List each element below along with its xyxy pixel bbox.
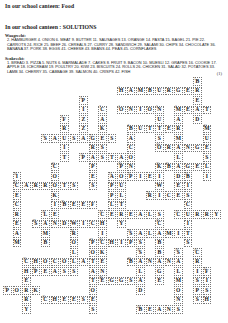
solution-letter: O xyxy=(119,174,123,180)
grid-cell: I xyxy=(60,144,69,153)
solution-letter: E xyxy=(176,183,180,189)
clue-number: 1 xyxy=(194,78,195,81)
solution-letter: I xyxy=(196,269,198,275)
grid-cell: P xyxy=(108,182,117,191)
grid-cell: N xyxy=(174,296,183,305)
solution-letter: I xyxy=(54,202,56,208)
clue-number: 17 xyxy=(109,173,112,176)
clue-number: 37 xyxy=(4,287,7,290)
solution-letter: A xyxy=(43,221,47,227)
solution-letter: R xyxy=(62,126,66,132)
clue-number: 43 xyxy=(137,306,140,309)
solution-letter: H xyxy=(24,269,28,275)
solution-letter: G xyxy=(186,164,190,170)
clue-number: 18 xyxy=(14,173,17,176)
solution-letter: D xyxy=(62,221,66,227)
grid-cell: L xyxy=(146,210,155,219)
solution-letter: Y xyxy=(119,221,123,227)
grid-cell: S xyxy=(89,182,98,191)
grid-cell: M xyxy=(174,277,183,286)
solution-letter: F xyxy=(63,117,66,123)
down-answer-list: 1. BREAD 3. PIZZA 5. NUTS 6. MARMALADE 7… xyxy=(7,61,219,75)
clue-number: 7 xyxy=(99,106,100,109)
grid-cell: Y xyxy=(212,210,221,219)
solution-letter: A xyxy=(176,117,180,123)
solution-letter: S xyxy=(186,240,189,246)
solution-letter: W xyxy=(71,221,77,227)
grid-cell: I xyxy=(79,106,88,115)
grid-cell: S xyxy=(136,239,145,248)
solution-letter: S xyxy=(91,307,94,313)
solution-letter: A xyxy=(15,231,19,237)
grid-cell: I xyxy=(79,220,88,229)
solution-letter: A xyxy=(129,88,133,94)
grid-cell: U xyxy=(155,115,164,124)
grid-cell: 32P xyxy=(89,239,98,248)
grid-cell: S xyxy=(108,134,117,143)
grid-cell: 15B xyxy=(165,163,174,172)
grid-cell: S xyxy=(203,153,212,162)
grid-cell: L xyxy=(117,191,126,200)
grid-cell: 38E xyxy=(98,277,107,286)
solution-letter: E xyxy=(91,174,95,180)
grid-cell: 33L xyxy=(41,210,50,219)
solution-letter: A xyxy=(91,155,95,161)
grid-cell: A xyxy=(174,144,183,153)
grid-cell: E xyxy=(22,277,31,286)
solution-letter: U xyxy=(157,88,161,94)
solution-letter: G xyxy=(157,269,161,275)
grid-cell: L xyxy=(174,153,183,162)
solution-letter: E xyxy=(15,221,19,227)
clue-number: 8 xyxy=(61,116,62,119)
solution-letter: A xyxy=(195,107,199,113)
solution-letter: E xyxy=(100,136,104,142)
grid-cell: H xyxy=(98,220,107,229)
solution-letter: I xyxy=(177,231,179,237)
grid-cell: T xyxy=(184,229,193,238)
grid-cell: M xyxy=(136,87,145,96)
grid-cell: 43B xyxy=(136,305,145,314)
solution-letter: A xyxy=(157,231,161,237)
solution-letter: N xyxy=(167,259,171,265)
solution-letter: U xyxy=(157,117,161,123)
solution-letter: A xyxy=(176,259,180,265)
clue-number: 38 xyxy=(99,277,102,280)
grid-cell: I xyxy=(203,277,212,286)
grid-cell: N xyxy=(98,267,107,276)
solution-letter: G xyxy=(119,278,123,284)
solution-letter: S xyxy=(158,136,161,142)
grid-cell: S xyxy=(193,277,202,286)
solution-letter: U xyxy=(62,136,66,142)
clue-number: 5 xyxy=(156,106,157,109)
grid-cell: S xyxy=(155,134,164,143)
solution-letter: A xyxy=(81,136,85,142)
clue-number: 21 xyxy=(128,173,131,176)
grid-cell: E xyxy=(70,201,79,210)
solution-letter: E xyxy=(148,307,152,313)
grid-cell: G xyxy=(155,267,164,276)
grid-cell: 16C xyxy=(51,163,60,172)
grid-cell: U xyxy=(184,210,193,219)
grid-cell: C xyxy=(184,201,193,210)
solution-letter: P xyxy=(110,193,113,199)
solution-letter: L xyxy=(72,250,76,256)
solution-letter: S xyxy=(205,155,208,161)
grid-cell: E xyxy=(174,182,183,191)
grid-cell: A xyxy=(117,153,126,162)
clue-number: 40 xyxy=(194,249,197,252)
solution-letter: F xyxy=(91,202,94,208)
grid-cell: E xyxy=(165,125,174,134)
solution-letter: S xyxy=(196,297,199,303)
grid-cell: N xyxy=(127,106,136,115)
solution-letter: E xyxy=(91,297,95,303)
solution-letter: A xyxy=(91,269,95,275)
grid-cell: T xyxy=(117,201,126,210)
grid-cell: 6M xyxy=(174,106,183,115)
clue-number: 41 xyxy=(42,296,45,299)
solution-letter: E xyxy=(15,193,19,199)
grid-cell: L xyxy=(203,163,212,172)
solution-letter: E xyxy=(43,269,47,275)
clue-number: 27 xyxy=(175,211,178,214)
solution-letter: E xyxy=(167,126,171,132)
solution-letter: K xyxy=(53,193,57,199)
grid-cell: G xyxy=(193,144,202,153)
solution-letter: L xyxy=(110,202,114,208)
grid-cell: T xyxy=(60,153,69,162)
solution-letter: G xyxy=(176,88,180,94)
grid-cell: I xyxy=(174,229,183,238)
solution-letter: L xyxy=(176,155,180,161)
solution-letter: R xyxy=(119,212,123,218)
solution-letter: E xyxy=(110,212,114,218)
grid-cell: 21P xyxy=(127,172,136,181)
grid-cell: 23B xyxy=(184,172,193,181)
grid-cell: A xyxy=(136,210,145,219)
grid-cell: A xyxy=(193,106,202,115)
solution-letter: A xyxy=(81,259,85,265)
grid-cell: N xyxy=(146,258,155,267)
grid-cell: E xyxy=(155,277,164,286)
clue-number: 26 xyxy=(99,211,102,214)
grid-cell: 12G xyxy=(89,134,98,143)
solution-letter: S xyxy=(101,145,104,151)
solution-letter: N xyxy=(129,164,133,170)
grid-cell: L xyxy=(108,201,117,210)
grid-cell: 36B xyxy=(127,258,136,267)
grid-cell: R xyxy=(13,210,22,219)
solution-letter: P xyxy=(129,240,132,246)
grid-cell: T xyxy=(108,153,117,162)
solution-letter: U xyxy=(119,183,123,189)
solution-letter: M xyxy=(138,88,143,94)
grid-cell: H xyxy=(51,296,60,305)
grid-cell: N xyxy=(165,258,174,267)
grid-cell: 7C xyxy=(98,106,107,115)
grid-cell: B xyxy=(155,248,164,257)
grid-cell: M xyxy=(174,134,183,143)
solution-letter: S xyxy=(158,212,161,218)
grid-cell: L xyxy=(174,267,183,276)
solution-letter: A xyxy=(129,136,133,142)
solution-letter: R xyxy=(34,183,38,189)
grid-cell: I xyxy=(184,182,193,191)
grid-cell: T xyxy=(146,125,155,134)
grid-cell: K xyxy=(98,125,107,134)
clue-number: 36 xyxy=(128,258,131,261)
grid-cell: R xyxy=(22,286,31,295)
solution-letter: T xyxy=(148,126,152,132)
clue-number: 39 xyxy=(175,249,178,252)
solution-letter: S xyxy=(72,136,75,142)
clue-number: 33 xyxy=(42,211,45,214)
grid-cell: R xyxy=(22,296,31,305)
clue-number: 23 xyxy=(185,173,188,176)
grid-cell: A xyxy=(174,115,183,124)
solution-letter: O xyxy=(91,288,95,294)
grid-cell: E xyxy=(146,305,155,314)
grid-cell: A xyxy=(22,182,31,191)
grid-cell: K xyxy=(98,248,107,257)
solution-letter: B xyxy=(129,126,133,132)
grid-cell: N xyxy=(127,163,136,172)
solution-letter: M xyxy=(176,278,181,284)
grid-cell: U xyxy=(117,182,126,191)
solution-letter: E xyxy=(195,98,199,104)
grid-cell: O xyxy=(51,182,60,191)
solution-letter: H xyxy=(100,221,104,227)
grid-cell: E xyxy=(174,191,183,200)
solution-letter: O xyxy=(53,183,57,189)
grid-cell: I xyxy=(155,191,164,200)
grid-cell: H xyxy=(203,296,212,305)
grid-cell: E xyxy=(79,201,88,210)
solution-letter: A xyxy=(119,155,123,161)
grid-cell: O xyxy=(51,172,60,181)
clue-number: 31 xyxy=(137,249,140,252)
solution-letter: B xyxy=(148,88,152,94)
grid-cell: P xyxy=(108,191,117,200)
solution-letter: Y xyxy=(214,212,218,218)
grid-cell: R xyxy=(193,87,202,96)
clue-number: 20 xyxy=(156,163,159,166)
solution-letter: N xyxy=(167,307,171,313)
grid-cell: A xyxy=(98,115,107,124)
solution-letter: E xyxy=(100,259,104,265)
solution-letter: R xyxy=(91,145,95,151)
grid-cell: I xyxy=(193,267,202,276)
solution-letter: E xyxy=(53,212,57,218)
solution-letter: S xyxy=(110,136,113,142)
clue-number: 29 xyxy=(128,230,131,233)
grid-cell: R xyxy=(193,210,202,219)
solution-letter: O xyxy=(129,155,133,161)
solution-letter: S xyxy=(101,155,104,161)
solution-letter: R xyxy=(176,126,180,132)
grid-cell: N xyxy=(184,144,193,153)
grid-cell: 4O xyxy=(117,106,126,115)
grid-cell: 13O xyxy=(155,144,164,153)
solution-letter: R xyxy=(205,212,209,218)
solution-letter: I xyxy=(63,145,65,151)
clue-number: 25 xyxy=(61,201,64,204)
solution-letter: Z xyxy=(81,117,85,123)
solution-letter: I xyxy=(120,240,122,246)
grid-cell: 8F xyxy=(60,115,69,124)
grid-cell: G xyxy=(184,163,193,172)
solution-letter: S xyxy=(91,183,94,189)
grid-cell: O xyxy=(117,172,126,181)
solution-letter: E xyxy=(148,174,152,180)
solution-letter: L xyxy=(176,269,180,275)
grid-cell: D xyxy=(136,286,145,295)
grid-cell: C xyxy=(51,258,60,267)
solution-letter: P xyxy=(110,183,113,189)
grid-cell: R xyxy=(165,87,174,96)
solution-letter: I xyxy=(158,174,160,180)
grid-cell: 34C xyxy=(22,258,31,267)
grid-cell: I xyxy=(203,172,212,181)
solution-letter: O xyxy=(43,259,47,265)
solution-letter: C xyxy=(53,259,57,265)
solution-letter: I xyxy=(82,107,84,113)
solution-letter: O xyxy=(91,250,95,256)
grid-cell: M xyxy=(41,229,50,238)
solution-letter: S xyxy=(186,193,189,199)
grid-cell: R xyxy=(193,258,202,267)
grid-cell: Y xyxy=(117,220,126,229)
clue-number: 44 xyxy=(33,268,36,271)
solution-letter: T xyxy=(91,278,95,284)
solution-letter: L xyxy=(119,193,123,199)
clue-number: 11 xyxy=(42,135,45,138)
solution-letter: M xyxy=(43,231,48,237)
solution-letter: B xyxy=(157,250,161,256)
solution-letter: I xyxy=(206,174,208,180)
grid-cell: A xyxy=(174,258,183,267)
grid-cell: 3P xyxy=(79,96,88,105)
grid-cell: P xyxy=(193,286,202,295)
solution-letter: A xyxy=(138,231,142,237)
grid-cell: S xyxy=(89,305,98,314)
grid-cell: C xyxy=(13,201,22,210)
grid-cell: E xyxy=(51,210,60,219)
solution-letter: D xyxy=(176,174,180,180)
grid-cell: P xyxy=(127,239,136,248)
grid-cell: S xyxy=(70,134,79,143)
solution-letter: A xyxy=(100,117,104,123)
grid-cell: H xyxy=(32,258,41,267)
grid-cell: A xyxy=(155,229,164,238)
solution-letter: S xyxy=(196,278,199,284)
grid-cell: S xyxy=(70,267,79,276)
grid-cell: T xyxy=(155,125,164,134)
grid-cell: O xyxy=(146,106,155,115)
solution-letter: D xyxy=(195,117,199,123)
grid-cell: A xyxy=(41,220,50,229)
solution-letter: U xyxy=(186,212,190,218)
clue-number: 34 xyxy=(23,258,26,261)
solution-letter: K xyxy=(100,250,104,256)
grid-cell: G xyxy=(174,87,183,96)
grid-cell: E xyxy=(146,172,155,181)
solution-letter: L xyxy=(148,231,152,237)
grid-cell: R xyxy=(174,125,183,134)
solution-letter: E xyxy=(72,202,76,208)
grid-cell: S xyxy=(60,267,69,276)
solution-letter: R xyxy=(195,212,199,218)
solution-letter: I xyxy=(158,193,160,199)
clue-number: 28 xyxy=(33,220,36,223)
clue-number: 30 xyxy=(99,239,102,242)
grid-cell: S xyxy=(184,191,193,200)
solution-letter: M xyxy=(14,240,19,246)
grid-cell: N xyxy=(51,220,60,229)
grid-cell: A xyxy=(155,258,164,267)
solution-letter: D xyxy=(138,288,142,294)
solution-letter: O xyxy=(53,174,57,180)
solution-letter: C xyxy=(91,221,95,227)
solution-letter: A xyxy=(176,164,180,170)
solution-letter: S xyxy=(139,240,142,246)
grid-cell: 41C xyxy=(41,296,50,305)
clue-number: 15 xyxy=(166,163,169,166)
solution-letter: A xyxy=(176,145,180,151)
grid-cell: C xyxy=(89,220,98,229)
grid-cell: E xyxy=(184,106,193,115)
solution-letter: A xyxy=(53,136,57,142)
grid-cell: A xyxy=(155,305,164,314)
solution-letter: E xyxy=(195,164,199,170)
grid-cell: 29S xyxy=(127,229,136,238)
solution-letter: G xyxy=(195,145,199,151)
grid-cell: 37P xyxy=(3,286,12,295)
grid-cell: B xyxy=(41,239,50,248)
solution-letter: A xyxy=(138,278,142,284)
clue-number: 42 xyxy=(204,268,207,271)
grid-cell: E xyxy=(184,87,193,96)
grid-cell: 18I xyxy=(13,172,22,181)
grid-cell: I xyxy=(117,239,126,248)
grid-cell: 39S xyxy=(174,248,183,257)
solution-letter: S xyxy=(82,297,85,303)
clue-number: 22 xyxy=(14,182,17,185)
clue-number: 16 xyxy=(52,163,55,166)
clue-number: 14 xyxy=(80,154,83,157)
solution-letter: P xyxy=(82,98,85,104)
solution-letter: U xyxy=(138,126,142,132)
clue-number: 4 xyxy=(118,106,119,109)
grid-cell: W xyxy=(70,220,79,229)
clue-number: 9 xyxy=(128,125,129,128)
solution-letter: L xyxy=(148,212,152,218)
clue-number: 2 xyxy=(118,87,119,90)
clue-number: 24 xyxy=(71,230,74,233)
grid-cell: H xyxy=(22,267,31,276)
grid-cell: S xyxy=(193,296,202,305)
grid-cell: 19P xyxy=(117,163,126,172)
grid-cell: P xyxy=(89,163,98,172)
grid-cell: R xyxy=(60,125,69,134)
grid-cell: O xyxy=(174,286,183,295)
grid-cell: M xyxy=(13,239,22,248)
solution-letter: M xyxy=(166,231,171,237)
solution-letter: R xyxy=(167,145,171,151)
grid-cell: D xyxy=(60,220,69,229)
